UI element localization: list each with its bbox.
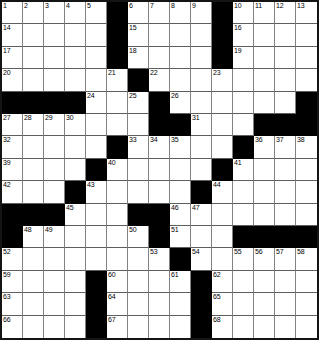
clue-number: 66 [3,316,10,324]
grid-cell[interactable] [107,226,128,248]
grid-cell[interactable]: 43 [86,181,107,203]
grid-cell[interactable]: 31 [191,114,212,136]
grid-cell[interactable] [170,181,191,203]
clue-number: 51 [171,226,178,234]
grid-cell[interactable]: 34 [149,136,170,158]
grid-cell[interactable]: 12 [275,2,296,24]
grid-cell[interactable] [296,316,317,338]
grid-cell[interactable]: 14 [2,24,23,46]
grid-cell[interactable] [275,24,296,46]
grid-cell[interactable]: 15 [128,24,149,46]
grid-cell[interactable] [275,159,296,181]
grid-cell[interactable] [65,248,86,270]
grid-cell[interactable] [212,114,233,136]
grid-cell[interactable]: 22 [149,69,170,91]
black-cell [44,92,65,114]
grid-cell[interactable]: 29 [44,114,65,136]
grid-cell[interactable] [254,293,275,315]
black-cell [191,293,212,315]
clue-number: 46 [171,204,178,212]
grid-cell[interactable]: 65 [212,293,233,315]
grid-cell[interactable] [149,159,170,181]
grid-cell[interactable]: 2 [23,2,44,24]
clue-number: 41 [234,159,241,167]
grid-cell[interactable] [233,181,254,203]
black-cell [170,248,191,270]
grid-cell[interactable]: 56 [254,248,275,270]
grid-cell[interactable]: 30 [65,114,86,136]
grid-cell[interactable]: 9 [191,2,212,24]
grid-cell[interactable] [170,47,191,69]
grid-cell[interactable] [65,24,86,46]
black-cell [275,114,296,136]
grid-cell[interactable] [149,316,170,338]
clue-number: 61 [171,271,178,279]
grid-cell[interactable] [149,293,170,315]
grid-cell[interactable] [296,181,317,203]
clue-number: 17 [3,47,10,55]
grid-cell[interactable] [191,24,212,46]
grid-cell[interactable] [65,226,86,248]
grid-cell[interactable]: 40 [107,159,128,181]
grid-cell[interactable] [275,181,296,203]
black-cell [296,114,317,136]
black-cell [149,204,170,226]
grid-cell[interactable] [191,226,212,248]
grid-cell[interactable]: 23 [212,69,233,91]
clue-number: 68 [213,316,220,324]
grid-cell[interactable] [254,271,275,293]
clue-number: 11 [255,2,262,10]
grid-cell[interactable]: 11 [254,2,275,24]
grid-cell[interactable]: 38 [296,136,317,158]
grid-cell[interactable] [86,226,107,248]
clue-number: 25 [129,92,136,100]
black-cell [254,226,275,248]
grid-cell[interactable]: 42 [2,181,23,203]
grid-cell[interactable] [296,271,317,293]
grid-cell[interactable] [275,47,296,69]
grid-cell[interactable]: 16 [233,24,254,46]
grid-cell[interactable] [65,271,86,293]
grid-cell[interactable] [86,248,107,270]
grid-cell[interactable] [44,136,65,158]
clue-number: 48 [24,226,31,234]
grid-cell[interactable]: 35 [170,136,191,158]
black-cell [212,159,233,181]
grid-cell[interactable] [275,92,296,114]
grid-cell[interactable] [65,293,86,315]
grid-cell[interactable] [44,47,65,69]
black-cell [107,136,128,158]
grid-cell[interactable] [191,69,212,91]
clue-number: 7 [150,2,154,10]
clue-number: 53 [150,248,157,256]
grid-cell[interactable] [128,271,149,293]
grid-cell[interactable]: 27 [2,114,23,136]
grid-cell[interactable]: 41 [233,159,254,181]
grid-cell[interactable] [44,159,65,181]
clue-number: 22 [150,69,157,77]
grid-cell[interactable] [191,159,212,181]
grid-cell[interactable] [23,47,44,69]
black-cell [107,2,128,24]
black-cell [212,47,233,69]
grid-cell[interactable] [275,69,296,91]
grid-cell[interactable] [149,271,170,293]
grid-cell[interactable] [212,92,233,114]
grid-cell[interactable] [170,293,191,315]
grid-cell[interactable]: 59 [2,271,23,293]
grid-cell[interactable] [86,24,107,46]
clue-number: 49 [45,226,52,234]
black-cell [149,92,170,114]
grid-cell[interactable]: 57 [275,248,296,270]
clue-number: 42 [3,181,10,189]
grid-cell[interactable] [44,24,65,46]
grid-cell[interactable]: 13 [296,2,317,24]
grid-cell[interactable] [149,47,170,69]
grid-cell[interactable] [128,293,149,315]
clue-number: 16 [234,24,241,32]
grid-cell[interactable] [275,271,296,293]
clue-number: 30 [66,114,73,122]
black-cell [2,226,23,248]
clue-number: 31 [192,114,199,122]
grid-cell[interactable] [170,159,191,181]
clue-number: 54 [192,248,199,256]
grid-cell[interactable] [44,69,65,91]
grid-cell[interactable] [23,316,44,338]
grid-cell[interactable] [107,92,128,114]
grid-cell[interactable] [86,114,107,136]
grid-cell[interactable]: 58 [296,248,317,270]
grid-cell[interactable] [191,92,212,114]
grid-cell[interactable]: 44 [212,181,233,203]
grid-cell[interactable] [128,316,149,338]
grid-cell[interactable] [44,293,65,315]
black-cell [191,181,212,203]
grid-cell[interactable]: 4 [65,2,86,24]
clue-number: 4 [66,2,70,10]
grid-cell[interactable] [275,316,296,338]
grid-cell[interactable] [23,159,44,181]
grid-cell[interactable] [296,69,317,91]
crossword-grid: 1234567891011121314151617181920212223242… [0,0,319,340]
clue-number: 15 [129,24,136,32]
black-cell [23,92,44,114]
grid-cell[interactable]: 46 [170,204,191,226]
grid-cell[interactable]: 45 [65,204,86,226]
grid-cell[interactable] [254,159,275,181]
grid-cell[interactable]: 67 [107,316,128,338]
grid-cell[interactable]: 48 [23,226,44,248]
grid-cell[interactable]: 1 [2,2,23,24]
black-cell [170,114,191,136]
grid-cell[interactable] [44,316,65,338]
clue-number: 24 [87,92,94,100]
grid-cell[interactable] [275,204,296,226]
clue-number: 20 [3,69,10,77]
grid-cell[interactable] [170,69,191,91]
black-cell [296,92,317,114]
clue-number: 6 [129,2,133,10]
clue-number: 39 [3,159,10,167]
black-cell [65,181,86,203]
grid-cell[interactable] [233,316,254,338]
grid-cell[interactable] [86,204,107,226]
clue-number: 43 [87,181,94,189]
black-cell [233,136,254,158]
grid-cell[interactable]: 47 [191,204,212,226]
clue-number: 35 [171,136,178,144]
clue-number: 28 [24,114,31,122]
grid-cell[interactable] [23,248,44,270]
clue-number: 1 [3,2,7,10]
clue-number: 9 [192,2,196,10]
clue-number: 64 [108,293,115,301]
grid-cell[interactable] [296,24,317,46]
grid-cell[interactable] [65,47,86,69]
black-cell [44,204,65,226]
grid-cell[interactable]: 66 [2,316,23,338]
black-cell [86,316,107,338]
grid-cell[interactable]: 52 [2,248,23,270]
grid-cell[interactable] [128,181,149,203]
grid-cell[interactable]: 55 [233,248,254,270]
grid-cell[interactable] [212,204,233,226]
grid-cell[interactable] [233,293,254,315]
grid-cell[interactable] [23,69,44,91]
clue-number: 60 [108,271,115,279]
clue-number: 50 [129,226,136,234]
clue-number: 38 [297,136,304,144]
clue-number: 5 [87,2,91,10]
black-cell [191,316,212,338]
grid-cell[interactable] [254,204,275,226]
grid-cell[interactable]: 19 [233,47,254,69]
grid-cell[interactable] [65,136,86,158]
grid-cell[interactable] [107,114,128,136]
clue-number: 47 [192,204,199,212]
grid-cell[interactable]: 62 [212,271,233,293]
clue-number: 45 [66,204,73,212]
grid-cell[interactable]: 32 [2,136,23,158]
grid-cell[interactable]: 7 [149,2,170,24]
black-cell [275,226,296,248]
grid-cell[interactable]: 8 [170,2,191,24]
black-cell [2,92,23,114]
grid-cell[interactable] [23,136,44,158]
grid-cell[interactable] [212,136,233,158]
grid-cell[interactable] [254,181,275,203]
grid-cell[interactable] [86,47,107,69]
clue-number: 2 [24,2,28,10]
clue-number: 33 [129,136,136,144]
grid-cell[interactable] [44,248,65,270]
grid-cell[interactable] [44,181,65,203]
black-cell [23,204,44,226]
clue-number: 67 [108,316,115,324]
grid-cell[interactable]: 53 [149,248,170,270]
grid-cell[interactable]: 5 [86,2,107,24]
grid-cell[interactable]: 17 [2,47,23,69]
grid-cell[interactable] [296,159,317,181]
clue-number: 36 [255,136,262,144]
clue-number: 52 [3,248,10,256]
grid-cell[interactable]: 49 [44,226,65,248]
clue-number: 65 [213,293,220,301]
grid-cell[interactable] [212,248,233,270]
grid-cell[interactable] [23,271,44,293]
black-cell [149,114,170,136]
clue-number: 23 [213,69,220,77]
clue-number: 34 [150,136,157,144]
grid-cell[interactable] [191,136,212,158]
grid-cell[interactable]: 18 [128,47,149,69]
grid-cell[interactable] [128,248,149,270]
grid-cell[interactable]: 36 [254,136,275,158]
black-cell [107,47,128,69]
grid-cell[interactable] [149,24,170,46]
clue-number: 63 [3,293,10,301]
grid-cell[interactable]: 20 [2,69,23,91]
grid-cell[interactable] [128,114,149,136]
black-cell [212,2,233,24]
grid-cell[interactable] [65,159,86,181]
grid-cell[interactable]: 10 [233,2,254,24]
grid-cell[interactable]: 39 [2,159,23,181]
clue-number: 32 [3,136,10,144]
black-cell [86,271,107,293]
grid-cell[interactable] [254,69,275,91]
grid-cell[interactable] [254,92,275,114]
grid-cell[interactable] [86,69,107,91]
grid-cell[interactable]: 6 [128,2,149,24]
clue-number: 27 [3,114,10,122]
black-cell [107,24,128,46]
grid-cell[interactable] [23,181,44,203]
black-cell [65,92,86,114]
grid-cell[interactable] [254,316,275,338]
black-cell [2,204,23,226]
clue-number: 26 [171,92,178,100]
black-cell [86,293,107,315]
clue-number: 57 [276,248,283,256]
clue-number: 13 [297,2,304,10]
grid-cell[interactable] [128,159,149,181]
clue-number: 56 [255,248,262,256]
grid-cell[interactable]: 37 [275,136,296,158]
black-cell [233,226,254,248]
grid-cell[interactable]: 60 [107,271,128,293]
grid-cell[interactable] [170,316,191,338]
grid-cell[interactable] [191,47,212,69]
clue-number: 40 [108,159,115,167]
grid-cell[interactable]: 64 [107,293,128,315]
clue-number: 55 [234,248,241,256]
grid-cell[interactable] [23,24,44,46]
grid-cell[interactable]: 51 [170,226,191,248]
clue-number: 10 [234,2,241,10]
black-cell [191,271,212,293]
clue-number: 3 [45,2,49,10]
grid-cell[interactable] [65,316,86,338]
grid-cell[interactable] [296,47,317,69]
clue-number: 8 [171,2,175,10]
clue-number: 14 [3,24,10,32]
grid-cell[interactable] [44,271,65,293]
grid-cell[interactable] [233,92,254,114]
grid-cell[interactable]: 63 [2,293,23,315]
grid-cell[interactable] [233,114,254,136]
grid-cell[interactable] [86,136,107,158]
clue-number: 12 [276,2,283,10]
grid-cell[interactable] [212,226,233,248]
grid-cell[interactable]: 54 [191,248,212,270]
grid-cell[interactable] [254,47,275,69]
grid-cell[interactable] [254,24,275,46]
clue-number: 37 [276,136,283,144]
grid-cell[interactable] [107,181,128,203]
grid-cell[interactable] [296,293,317,315]
grid-cell[interactable]: 25 [128,92,149,114]
grid-cell[interactable] [296,204,317,226]
clue-number: 21 [108,69,115,77]
black-cell [254,114,275,136]
clue-number: 44 [213,181,220,189]
grid-cell[interactable]: 21 [107,69,128,91]
grid-cell[interactable] [233,204,254,226]
grid-cell[interactable]: 28 [23,114,44,136]
grid-cell[interactable] [23,293,44,315]
grid-cell[interactable] [107,248,128,270]
clue-number: 19 [234,47,241,55]
crossword-puzzle: 1234567891011121314151617181920212223242… [0,0,319,340]
grid-cell[interactable]: 68 [212,316,233,338]
clue-number: 58 [297,248,304,256]
grid-cell[interactable] [65,69,86,91]
black-cell [149,226,170,248]
grid-cell[interactable]: 33 [128,136,149,158]
black-cell [86,159,107,181]
grid-cell[interactable]: 50 [128,226,149,248]
black-cell [212,24,233,46]
grid-cell[interactable]: 3 [44,2,65,24]
grid-cell[interactable] [275,293,296,315]
grid-cell[interactable] [170,24,191,46]
clue-number: 18 [129,47,136,55]
clue-number: 59 [3,271,10,279]
black-cell [296,226,317,248]
clue-number: 62 [213,271,220,279]
grid-cell[interactable] [149,181,170,203]
grid-cell[interactable]: 24 [86,92,107,114]
grid-cell[interactable] [107,204,128,226]
grid-cell[interactable] [233,271,254,293]
grid-cell[interactable]: 61 [170,271,191,293]
black-cell [128,204,149,226]
black-cell [128,69,149,91]
clue-number: 29 [45,114,52,122]
grid-cell[interactable]: 26 [170,92,191,114]
grid-cell[interactable] [233,69,254,91]
